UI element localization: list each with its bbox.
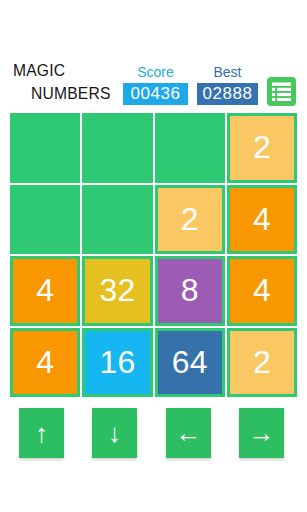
board-cell — [10, 185, 80, 255]
board-cell: 8 — [155, 256, 225, 326]
board-cell: 4 — [227, 256, 297, 326]
arrow-up-icon: ↑ — [35, 418, 48, 449]
move-right-button[interactable]: → — [239, 408, 284, 458]
tile-4: 4 — [230, 188, 294, 252]
board-cell — [82, 185, 152, 255]
move-left-button[interactable]: ← — [166, 408, 211, 458]
board-cell: 2 — [227, 328, 297, 398]
board-cell: 4 — [10, 256, 80, 326]
move-down-button[interactable]: ↓ — [92, 408, 137, 458]
tile-64: 64 — [158, 331, 222, 395]
best-label: Best — [197, 64, 258, 80]
board-cell: 32 — [82, 256, 152, 326]
board-cell: 64 — [155, 328, 225, 398]
board-cell: 4 — [227, 185, 297, 255]
menu-button[interactable] — [267, 77, 296, 106]
arrow-left-icon: ← — [176, 418, 202, 449]
tile-2: 2 — [230, 331, 294, 395]
app-title-line2: NUMBERS — [31, 84, 111, 104]
tile-2: 2 — [230, 116, 294, 180]
move-up-button[interactable]: ↑ — [19, 408, 64, 458]
tile-4: 4 — [13, 331, 77, 395]
board-grid[interactable]: 22443284416642 — [10, 113, 297, 397]
score-label: Score — [123, 64, 188, 80]
tile-4: 4 — [230, 259, 294, 323]
tile-4: 4 — [13, 259, 77, 323]
tile-32: 32 — [85, 259, 149, 323]
best-value: 02888 — [197, 83, 258, 105]
app-title-line1: MAGIC — [13, 61, 65, 81]
board-cell: 2 — [227, 113, 297, 183]
arrow-right-icon: → — [249, 418, 275, 449]
score-value: 00436 — [123, 83, 188, 105]
board-cell: 16 — [82, 328, 152, 398]
board-cell — [10, 113, 80, 183]
board-cell: 4 — [10, 328, 80, 398]
list-menu-icon — [272, 82, 291, 101]
tile-16: 16 — [85, 331, 149, 395]
tile-2: 2 — [158, 188, 222, 252]
board-cell: 2 — [155, 185, 225, 255]
tile-8: 8 — [158, 259, 222, 323]
arrow-down-icon: ↓ — [108, 418, 121, 449]
board-cell — [82, 113, 152, 183]
board-cell — [155, 113, 225, 183]
